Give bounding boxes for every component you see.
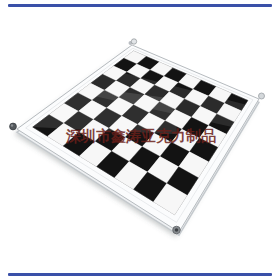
watermark-text: 深圳市鑫涛亚克力制品	[66, 128, 226, 144]
standoff-screw-icon	[175, 228, 179, 232]
standoff-screw-icon	[10, 123, 17, 130]
bottom-accent-bar	[8, 273, 272, 276]
standoff-screw-icon	[11, 124, 13, 126]
product-photo: 深圳市鑫涛亚克力制品	[0, 0, 280, 280]
standoff-screw-icon	[259, 93, 265, 99]
standoff-screw-icon	[131, 39, 136, 44]
